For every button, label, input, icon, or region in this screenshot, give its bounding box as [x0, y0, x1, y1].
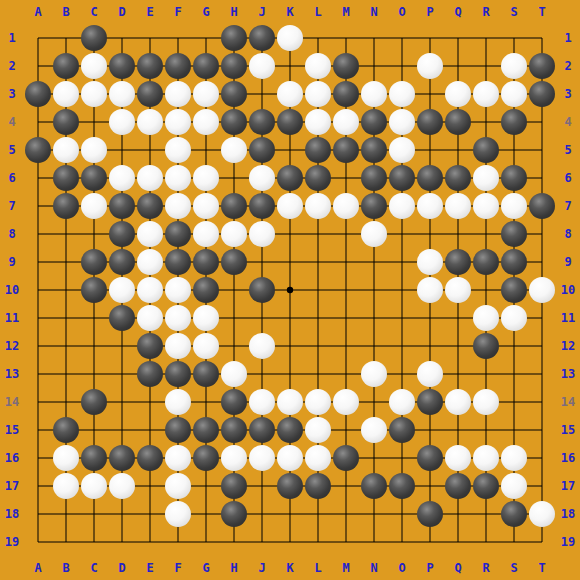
- intersection[interactable]: [248, 192, 276, 220]
- intersection[interactable]: [164, 332, 192, 360]
- intersection[interactable]: [276, 304, 304, 332]
- intersection[interactable]: [276, 108, 304, 136]
- intersection[interactable]: [192, 276, 220, 304]
- intersection[interactable]: [52, 220, 80, 248]
- intersection[interactable]: [500, 360, 528, 388]
- intersection[interactable]: [164, 276, 192, 304]
- intersection[interactable]: [528, 276, 556, 304]
- intersection[interactable]: [472, 528, 500, 556]
- intersection[interactable]: [500, 276, 528, 304]
- intersection[interactable]: [24, 220, 52, 248]
- intersection[interactable]: [388, 136, 416, 164]
- intersection[interactable]: [332, 80, 360, 108]
- intersection[interactable]: [248, 528, 276, 556]
- intersection[interactable]: [248, 472, 276, 500]
- intersection[interactable]: [528, 472, 556, 500]
- intersection[interactable]: [24, 108, 52, 136]
- intersection[interactable]: [248, 136, 276, 164]
- intersection[interactable]: [52, 388, 80, 416]
- intersection[interactable]: [80, 108, 108, 136]
- intersection[interactable]: [528, 248, 556, 276]
- intersection[interactable]: [108, 304, 136, 332]
- intersection[interactable]: [388, 388, 416, 416]
- intersection[interactable]: [360, 416, 388, 444]
- intersection[interactable]: [164, 388, 192, 416]
- intersection[interactable]: [192, 136, 220, 164]
- intersection[interactable]: [332, 248, 360, 276]
- intersection[interactable]: [164, 444, 192, 472]
- intersection[interactable]: [332, 164, 360, 192]
- intersection[interactable]: [500, 500, 528, 528]
- intersection[interactable]: [388, 164, 416, 192]
- intersection[interactable]: [24, 360, 52, 388]
- intersection[interactable]: [444, 192, 472, 220]
- intersection[interactable]: [332, 500, 360, 528]
- intersection[interactable]: [192, 52, 220, 80]
- intersection[interactable]: [416, 332, 444, 360]
- intersection[interactable]: [304, 500, 332, 528]
- intersection[interactable]: [528, 500, 556, 528]
- intersection[interactable]: [500, 136, 528, 164]
- intersection[interactable]: [248, 24, 276, 52]
- intersection[interactable]: [248, 52, 276, 80]
- intersection[interactable]: [500, 220, 528, 248]
- intersection[interactable]: [416, 500, 444, 528]
- intersection[interactable]: [388, 108, 416, 136]
- intersection[interactable]: [24, 248, 52, 276]
- intersection[interactable]: [304, 332, 332, 360]
- intersection[interactable]: [80, 24, 108, 52]
- intersection[interactable]: [80, 472, 108, 500]
- intersection[interactable]: [248, 500, 276, 528]
- intersection[interactable]: [164, 164, 192, 192]
- intersection[interactable]: [500, 528, 528, 556]
- intersection[interactable]: [192, 388, 220, 416]
- intersection[interactable]: [52, 248, 80, 276]
- intersection[interactable]: [164, 248, 192, 276]
- intersection[interactable]: [304, 192, 332, 220]
- intersection[interactable]: [192, 164, 220, 192]
- intersection[interactable]: [24, 388, 52, 416]
- intersection[interactable]: [108, 444, 136, 472]
- intersection[interactable]: [528, 416, 556, 444]
- intersection[interactable]: [500, 52, 528, 80]
- intersection[interactable]: [108, 192, 136, 220]
- intersection[interactable]: [528, 360, 556, 388]
- intersection[interactable]: [220, 164, 248, 192]
- intersection[interactable]: [472, 388, 500, 416]
- intersection[interactable]: [52, 24, 80, 52]
- intersection[interactable]: [444, 528, 472, 556]
- intersection[interactable]: [332, 136, 360, 164]
- intersection[interactable]: [108, 472, 136, 500]
- intersection[interactable]: [136, 528, 164, 556]
- intersection[interactable]: [528, 52, 556, 80]
- intersection[interactable]: [220, 80, 248, 108]
- intersection[interactable]: [80, 416, 108, 444]
- intersection[interactable]: [360, 164, 388, 192]
- intersection[interactable]: [136, 108, 164, 136]
- intersection[interactable]: [24, 164, 52, 192]
- intersection[interactable]: [444, 472, 472, 500]
- intersection[interactable]: [136, 304, 164, 332]
- intersection[interactable]: [136, 332, 164, 360]
- intersection[interactable]: [80, 192, 108, 220]
- intersection[interactable]: [304, 416, 332, 444]
- intersection[interactable]: [136, 80, 164, 108]
- intersection[interactable]: [276, 388, 304, 416]
- intersection[interactable]: [220, 108, 248, 136]
- intersection[interactable]: [220, 472, 248, 500]
- intersection[interactable]: [360, 108, 388, 136]
- intersection[interactable]: [360, 444, 388, 472]
- intersection[interactable]: [304, 52, 332, 80]
- intersection[interactable]: [500, 472, 528, 500]
- intersection[interactable]: [444, 24, 472, 52]
- intersection[interactable]: [24, 444, 52, 472]
- intersection[interactable]: [248, 248, 276, 276]
- intersection[interactable]: [332, 472, 360, 500]
- intersection[interactable]: [192, 360, 220, 388]
- intersection[interactable]: [388, 500, 416, 528]
- intersection[interactable]: [108, 108, 136, 136]
- intersection[interactable]: [472, 24, 500, 52]
- intersection[interactable]: [388, 444, 416, 472]
- intersection[interactable]: [248, 276, 276, 304]
- intersection[interactable]: [472, 52, 500, 80]
- intersection[interactable]: [276, 136, 304, 164]
- intersection[interactable]: [416, 108, 444, 136]
- intersection[interactable]: [108, 248, 136, 276]
- intersection[interactable]: [528, 80, 556, 108]
- intersection[interactable]: [500, 80, 528, 108]
- intersection[interactable]: [108, 164, 136, 192]
- intersection[interactable]: [472, 136, 500, 164]
- intersection[interactable]: [220, 500, 248, 528]
- intersection[interactable]: [248, 444, 276, 472]
- intersection[interactable]: [416, 472, 444, 500]
- intersection[interactable]: [220, 388, 248, 416]
- intersection[interactable]: [388, 80, 416, 108]
- intersection[interactable]: [248, 80, 276, 108]
- intersection[interactable]: [472, 444, 500, 472]
- intersection[interactable]: [360, 528, 388, 556]
- intersection[interactable]: [24, 472, 52, 500]
- intersection[interactable]: [136, 24, 164, 52]
- intersection[interactable]: [192, 192, 220, 220]
- intersection[interactable]: [416, 80, 444, 108]
- intersection[interactable]: [444, 276, 472, 304]
- intersection[interactable]: [472, 80, 500, 108]
- intersection[interactable]: [108, 500, 136, 528]
- intersection[interactable]: [360, 388, 388, 416]
- intersection[interactable]: [164, 80, 192, 108]
- intersection[interactable]: [192, 108, 220, 136]
- intersection[interactable]: [332, 444, 360, 472]
- intersection[interactable]: [388, 52, 416, 80]
- intersection[interactable]: [80, 80, 108, 108]
- intersection[interactable]: [472, 416, 500, 444]
- intersection[interactable]: [416, 248, 444, 276]
- intersection[interactable]: [332, 360, 360, 388]
- intersection[interactable]: [388, 248, 416, 276]
- intersection[interactable]: [500, 304, 528, 332]
- intersection[interactable]: [500, 388, 528, 416]
- intersection[interactable]: [248, 416, 276, 444]
- intersection[interactable]: [388, 276, 416, 304]
- intersection[interactable]: [52, 416, 80, 444]
- intersection[interactable]: [276, 276, 304, 304]
- intersection[interactable]: [136, 192, 164, 220]
- intersection[interactable]: [304, 164, 332, 192]
- intersection[interactable]: [136, 416, 164, 444]
- intersection[interactable]: [192, 500, 220, 528]
- intersection[interactable]: [528, 192, 556, 220]
- intersection[interactable]: [360, 360, 388, 388]
- intersection[interactable]: [108, 416, 136, 444]
- intersection[interactable]: [304, 304, 332, 332]
- intersection[interactable]: [416, 304, 444, 332]
- intersection[interactable]: [444, 220, 472, 248]
- intersection[interactable]: [164, 136, 192, 164]
- intersection[interactable]: [164, 360, 192, 388]
- intersection[interactable]: [276, 192, 304, 220]
- intersection[interactable]: [164, 108, 192, 136]
- intersection[interactable]: [248, 220, 276, 248]
- intersection[interactable]: [220, 304, 248, 332]
- intersection[interactable]: [332, 108, 360, 136]
- intersection[interactable]: [304, 444, 332, 472]
- intersection[interactable]: [444, 164, 472, 192]
- intersection[interactable]: [24, 500, 52, 528]
- intersection[interactable]: [332, 192, 360, 220]
- intersection[interactable]: [136, 276, 164, 304]
- intersection[interactable]: [192, 24, 220, 52]
- intersection[interactable]: [388, 24, 416, 52]
- intersection[interactable]: [192, 80, 220, 108]
- intersection[interactable]: [276, 80, 304, 108]
- intersection[interactable]: [528, 220, 556, 248]
- intersection[interactable]: [304, 136, 332, 164]
- intersection[interactable]: [52, 360, 80, 388]
- intersection[interactable]: [304, 276, 332, 304]
- intersection[interactable]: [472, 164, 500, 192]
- intersection[interactable]: [528, 108, 556, 136]
- intersection[interactable]: [444, 304, 472, 332]
- intersection[interactable]: [192, 304, 220, 332]
- intersection[interactable]: [248, 332, 276, 360]
- intersection[interactable]: [108, 220, 136, 248]
- intersection[interactable]: [24, 416, 52, 444]
- intersection[interactable]: [24, 276, 52, 304]
- intersection[interactable]: [388, 360, 416, 388]
- intersection[interactable]: [164, 472, 192, 500]
- intersection[interactable]: [220, 24, 248, 52]
- intersection[interactable]: [360, 276, 388, 304]
- intersection[interactable]: [444, 388, 472, 416]
- intersection[interactable]: [276, 528, 304, 556]
- intersection[interactable]: [388, 192, 416, 220]
- intersection[interactable]: [276, 24, 304, 52]
- intersection[interactable]: [500, 444, 528, 472]
- intersection[interactable]: [416, 164, 444, 192]
- intersection[interactable]: [360, 136, 388, 164]
- intersection[interactable]: [304, 528, 332, 556]
- intersection[interactable]: [332, 388, 360, 416]
- intersection[interactable]: [388, 528, 416, 556]
- intersection[interactable]: [164, 192, 192, 220]
- intersection[interactable]: [444, 444, 472, 472]
- intersection[interactable]: [52, 472, 80, 500]
- intersection[interactable]: [164, 528, 192, 556]
- intersection[interactable]: [444, 332, 472, 360]
- intersection[interactable]: [276, 416, 304, 444]
- intersection[interactable]: [108, 388, 136, 416]
- intersection[interactable]: [80, 332, 108, 360]
- intersection[interactable]: [80, 164, 108, 192]
- intersection[interactable]: [416, 444, 444, 472]
- intersection[interactable]: [416, 52, 444, 80]
- intersection[interactable]: [24, 192, 52, 220]
- intersection[interactable]: [164, 304, 192, 332]
- intersection[interactable]: [416, 416, 444, 444]
- intersection[interactable]: [108, 332, 136, 360]
- intersection[interactable]: [220, 136, 248, 164]
- intersection[interactable]: [276, 500, 304, 528]
- intersection[interactable]: [80, 360, 108, 388]
- intersection[interactable]: [472, 304, 500, 332]
- intersection[interactable]: [360, 52, 388, 80]
- intersection[interactable]: [528, 136, 556, 164]
- intersection[interactable]: [52, 164, 80, 192]
- intersection[interactable]: [80, 304, 108, 332]
- intersection[interactable]: [416, 276, 444, 304]
- intersection[interactable]: [500, 164, 528, 192]
- intersection[interactable]: [360, 304, 388, 332]
- intersection[interactable]: [248, 108, 276, 136]
- intersection[interactable]: [360, 192, 388, 220]
- intersection[interactable]: [80, 248, 108, 276]
- intersection[interactable]: [416, 528, 444, 556]
- intersection[interactable]: [52, 332, 80, 360]
- intersection[interactable]: [304, 108, 332, 136]
- intersection[interactable]: [80, 220, 108, 248]
- intersection[interactable]: [136, 388, 164, 416]
- intersection[interactable]: [220, 416, 248, 444]
- intersection[interactable]: [472, 220, 500, 248]
- intersection[interactable]: [80, 500, 108, 528]
- intersection[interactable]: [332, 332, 360, 360]
- intersection[interactable]: [136, 248, 164, 276]
- intersection[interactable]: [304, 80, 332, 108]
- intersection[interactable]: [276, 164, 304, 192]
- intersection[interactable]: [220, 332, 248, 360]
- intersection[interactable]: [500, 416, 528, 444]
- intersection[interactable]: [52, 500, 80, 528]
- intersection[interactable]: [220, 220, 248, 248]
- intersection[interactable]: [276, 472, 304, 500]
- intersection[interactable]: [388, 472, 416, 500]
- intersection[interactable]: [24, 24, 52, 52]
- intersection[interactable]: [528, 24, 556, 52]
- intersection[interactable]: [472, 500, 500, 528]
- intersection[interactable]: [80, 52, 108, 80]
- intersection[interactable]: [528, 332, 556, 360]
- intersection[interactable]: [444, 108, 472, 136]
- intersection[interactable]: [360, 220, 388, 248]
- intersection[interactable]: [360, 500, 388, 528]
- intersection[interactable]: [500, 24, 528, 52]
- intersection[interactable]: [220, 276, 248, 304]
- intersection[interactable]: [136, 52, 164, 80]
- intersection[interactable]: [416, 360, 444, 388]
- intersection[interactable]: [164, 52, 192, 80]
- intersection[interactable]: [108, 528, 136, 556]
- intersection[interactable]: [388, 416, 416, 444]
- intersection[interactable]: [500, 192, 528, 220]
- intersection[interactable]: [416, 24, 444, 52]
- intersection[interactable]: [52, 304, 80, 332]
- intersection[interactable]: [136, 164, 164, 192]
- intersection[interactable]: [192, 528, 220, 556]
- intersection[interactable]: [52, 80, 80, 108]
- intersection[interactable]: [304, 388, 332, 416]
- intersection[interactable]: [80, 276, 108, 304]
- intersection[interactable]: [276, 248, 304, 276]
- intersection[interactable]: [108, 24, 136, 52]
- intersection[interactable]: [80, 528, 108, 556]
- intersection[interactable]: [220, 192, 248, 220]
- intersection[interactable]: [108, 360, 136, 388]
- intersection[interactable]: [444, 52, 472, 80]
- intersection[interactable]: [192, 416, 220, 444]
- intersection[interactable]: [304, 248, 332, 276]
- intersection[interactable]: [276, 332, 304, 360]
- intersection[interactable]: [360, 248, 388, 276]
- intersection[interactable]: [24, 136, 52, 164]
- intersection[interactable]: [136, 472, 164, 500]
- intersection[interactable]: [136, 500, 164, 528]
- intersection[interactable]: [472, 248, 500, 276]
- intersection[interactable]: [472, 472, 500, 500]
- intersection[interactable]: [444, 500, 472, 528]
- intersection[interactable]: [276, 444, 304, 472]
- intersection[interactable]: [528, 304, 556, 332]
- intersection[interactable]: [500, 108, 528, 136]
- intersection[interactable]: [80, 444, 108, 472]
- intersection[interactable]: [500, 248, 528, 276]
- intersection[interactable]: [332, 52, 360, 80]
- intersection[interactable]: [24, 52, 52, 80]
- intersection[interactable]: [444, 416, 472, 444]
- intersection[interactable]: [52, 444, 80, 472]
- intersection[interactable]: [472, 192, 500, 220]
- intersection[interactable]: [472, 108, 500, 136]
- intersection[interactable]: [80, 136, 108, 164]
- intersection[interactable]: [332, 276, 360, 304]
- intersection[interactable]: [388, 220, 416, 248]
- intersection[interactable]: [472, 332, 500, 360]
- intersection[interactable]: [52, 192, 80, 220]
- intersection[interactable]: [472, 276, 500, 304]
- intersection[interactable]: [304, 220, 332, 248]
- intersection[interactable]: [24, 304, 52, 332]
- intersection[interactable]: [52, 276, 80, 304]
- intersection[interactable]: [416, 136, 444, 164]
- intersection[interactable]: [360, 332, 388, 360]
- intersection[interactable]: [416, 388, 444, 416]
- intersection[interactable]: [276, 52, 304, 80]
